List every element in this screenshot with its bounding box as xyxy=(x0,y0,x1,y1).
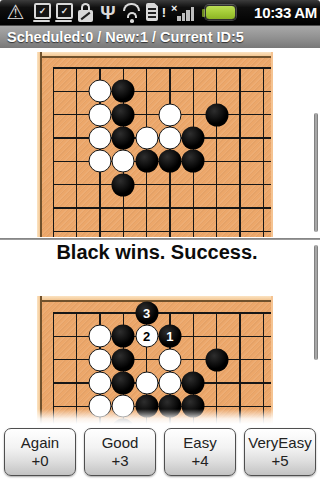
board-cell[interactable] xyxy=(65,56,88,79)
no-signal-icon: × xyxy=(171,3,195,23)
board-cell[interactable] xyxy=(88,371,111,394)
board-cell[interactable] xyxy=(112,150,135,173)
board-cell[interactable] xyxy=(65,325,88,348)
board-cell[interactable]: 1 xyxy=(158,325,181,348)
board-cell[interactable] xyxy=(182,173,205,196)
board-cell[interactable] xyxy=(88,220,111,237)
board-cell[interactable] xyxy=(158,126,181,149)
board-cell[interactable] xyxy=(205,301,228,324)
board-cell[interactable] xyxy=(205,196,228,219)
board-cell[interactable] xyxy=(42,220,65,237)
board-cell[interactable] xyxy=(182,80,205,103)
task-done-icon: ✓ xyxy=(33,2,50,23)
black-stone-move-1: 1 xyxy=(158,325,181,348)
white-stone xyxy=(135,127,158,150)
board-cell[interactable] xyxy=(42,173,65,196)
board-cell[interactable] xyxy=(182,348,205,371)
board-cell[interactable] xyxy=(65,150,88,173)
board-cell[interactable] xyxy=(182,325,205,348)
black-stone xyxy=(135,150,158,173)
board-cell[interactable] xyxy=(205,371,228,394)
board-cell[interactable] xyxy=(158,220,181,237)
board-cell[interactable] xyxy=(252,371,273,394)
board-cell[interactable] xyxy=(135,196,158,219)
board-cell[interactable] xyxy=(65,126,88,149)
board-cell[interactable] xyxy=(135,371,158,394)
board-cell[interactable] xyxy=(88,325,111,348)
board-cell[interactable] xyxy=(88,80,111,103)
app-screen: ⚠ ✓ ✓ Ψ ! × xyxy=(0,0,320,480)
board-cell[interactable] xyxy=(88,301,111,324)
board-cell[interactable] xyxy=(112,103,135,126)
board-cell[interactable] xyxy=(182,220,205,237)
board-cell[interactable]: 3 xyxy=(135,301,158,324)
good-label: Good xyxy=(102,434,139,452)
board-cell[interactable] xyxy=(88,150,111,173)
easy-score: +4 xyxy=(191,452,208,470)
scrollbar-bottom-view[interactable] xyxy=(314,245,318,360)
black-stone xyxy=(112,127,135,150)
board-cell[interactable] xyxy=(135,56,158,79)
usb-icon: Ψ xyxy=(99,2,117,23)
board-cell[interactable] xyxy=(135,103,158,126)
board-cell[interactable] xyxy=(42,150,65,173)
board-cell[interactable] xyxy=(182,150,205,173)
black-stone xyxy=(205,348,228,371)
white-stone xyxy=(112,150,135,173)
board-cell[interactable] xyxy=(228,301,251,324)
white-stone xyxy=(88,325,111,348)
black-stone xyxy=(112,348,135,371)
board-cell[interactable] xyxy=(112,371,135,394)
black-stone xyxy=(158,150,181,173)
board-cell[interactable] xyxy=(88,196,111,219)
white-stone-move-2: 2 xyxy=(135,325,158,348)
board-cell[interactable] xyxy=(228,103,251,126)
board-cell[interactable] xyxy=(65,173,88,196)
board-cell[interactable] xyxy=(135,348,158,371)
white-stone xyxy=(158,103,181,126)
board-cell[interactable] xyxy=(65,301,88,324)
board-cell[interactable] xyxy=(65,196,88,219)
board-cell[interactable] xyxy=(42,196,65,219)
board-cell[interactable] xyxy=(205,348,228,371)
board-cell[interactable] xyxy=(182,301,205,324)
board-cell[interactable] xyxy=(182,196,205,219)
board-cell[interactable] xyxy=(42,126,65,149)
board-cell[interactable] xyxy=(252,126,273,149)
black-stone xyxy=(182,150,205,173)
black-stone xyxy=(112,80,135,103)
again-score: +0 xyxy=(31,452,48,470)
good-score: +3 xyxy=(111,452,128,470)
task-done-icon: ✓ xyxy=(55,2,72,23)
board-cell[interactable] xyxy=(205,173,228,196)
wifi-icon xyxy=(122,3,141,23)
board-cell[interactable] xyxy=(228,56,251,79)
board-cell[interactable] xyxy=(252,348,273,371)
black-stone xyxy=(112,325,135,348)
clock: 10:33 AM xyxy=(254,4,320,21)
board-cell[interactable] xyxy=(158,196,181,219)
board-cell[interactable] xyxy=(42,371,65,394)
board-cell[interactable] xyxy=(88,173,111,196)
board-cell[interactable] xyxy=(252,325,273,348)
board-bottom-fade xyxy=(37,409,273,424)
board-cell[interactable] xyxy=(65,103,88,126)
board-cell[interactable] xyxy=(182,56,205,79)
black-stone xyxy=(112,103,135,126)
board-cell[interactable] xyxy=(205,80,228,103)
board-cell[interactable] xyxy=(42,103,65,126)
white-stone xyxy=(88,348,111,371)
board-cell[interactable] xyxy=(88,348,111,371)
title-text: Scheduled:0 / New:1 / Current ID:5 xyxy=(7,29,244,45)
board-cell[interactable] xyxy=(42,325,65,348)
warning-icon: ⚠ xyxy=(3,0,28,25)
board-cell[interactable] xyxy=(205,150,228,173)
board-cell[interactable]: 2 xyxy=(135,325,158,348)
board-cell[interactable] xyxy=(135,126,158,149)
veryeasy-score: +5 xyxy=(271,452,288,470)
board-cell[interactable] xyxy=(112,173,135,196)
board-cell[interactable] xyxy=(182,126,205,149)
board-cell[interactable] xyxy=(228,80,251,103)
board-cell[interactable] xyxy=(42,56,65,79)
board-cell[interactable] xyxy=(112,126,135,149)
easy-button[interactable]: Easy +4 xyxy=(164,428,236,476)
board-cell[interactable] xyxy=(252,196,273,219)
result-text: Black wins. Success. xyxy=(0,241,314,264)
board-cell[interactable] xyxy=(158,371,181,394)
board-cell[interactable] xyxy=(158,173,181,196)
board-cell[interactable] xyxy=(112,80,135,103)
title-bar: Scheduled:0 / New:1 / Current ID:5 xyxy=(0,25,320,48)
status-icons: ⚠ ✓ ✓ Ψ ! × xyxy=(0,0,254,25)
board-cell[interactable] xyxy=(65,220,88,237)
veryeasy-label: VeryEasy xyxy=(248,434,311,452)
board-cell[interactable] xyxy=(135,150,158,173)
again-label: Again xyxy=(21,434,59,452)
board-cell[interactable] xyxy=(252,103,273,126)
board-edge xyxy=(271,296,273,424)
black-stone xyxy=(112,173,135,196)
sim-error-icon: ! xyxy=(146,2,166,23)
black-stone-move-3: 3 xyxy=(135,301,158,324)
board-edge xyxy=(271,52,273,237)
again-button[interactable]: Again +0 xyxy=(4,428,76,476)
white-stone xyxy=(135,372,158,395)
board-cell[interactable] xyxy=(158,150,181,173)
white-stone xyxy=(158,348,181,371)
board-cell[interactable] xyxy=(42,348,65,371)
board-cell[interactable] xyxy=(42,301,65,324)
board-cell[interactable] xyxy=(158,301,181,324)
scrollbar-top-view[interactable] xyxy=(314,113,318,232)
board-cell[interactable] xyxy=(228,325,251,348)
board-cell[interactable] xyxy=(158,348,181,371)
board-cell[interactable] xyxy=(228,196,251,219)
white-stone xyxy=(158,127,181,150)
board-cell[interactable] xyxy=(205,56,228,79)
board-cell[interactable] xyxy=(88,56,111,79)
white-stone xyxy=(88,372,111,395)
veryeasy-button[interactable]: VeryEasy +5 xyxy=(244,428,316,476)
board-cell[interactable] xyxy=(182,103,205,126)
board-cell[interactable] xyxy=(112,196,135,219)
board-cell[interactable] xyxy=(205,126,228,149)
board-cell[interactable] xyxy=(252,220,273,237)
board-cell[interactable] xyxy=(135,80,158,103)
board-cell[interactable] xyxy=(88,103,111,126)
board-cell[interactable] xyxy=(252,80,273,103)
board-cell[interactable] xyxy=(112,220,135,237)
divider xyxy=(0,238,320,240)
go-grid xyxy=(42,56,273,237)
board-cell[interactable] xyxy=(205,325,228,348)
board-cell[interactable] xyxy=(228,220,251,237)
board-cell[interactable] xyxy=(112,348,135,371)
board-cell[interactable] xyxy=(205,220,228,237)
black-stone xyxy=(112,372,135,395)
black-stone xyxy=(182,372,205,395)
battery-icon xyxy=(200,4,237,21)
board-cell[interactable] xyxy=(112,301,135,324)
good-button[interactable]: Good +3 xyxy=(84,428,156,476)
board-cell[interactable] xyxy=(228,371,251,394)
board-cell[interactable] xyxy=(112,56,135,79)
white-stone xyxy=(88,150,111,173)
board-cell[interactable] xyxy=(88,126,111,149)
board-cell[interactable] xyxy=(252,173,273,196)
board-cell[interactable] xyxy=(228,150,251,173)
board-cell[interactable] xyxy=(158,103,181,126)
board-cell[interactable] xyxy=(158,80,181,103)
button-bar: Again +0 Good +3 Easy +4 VeryEasy +5 xyxy=(0,423,320,480)
white-stone xyxy=(88,127,111,150)
white-stone xyxy=(158,372,181,395)
board-cell[interactable] xyxy=(252,301,273,324)
board-before[interactable] xyxy=(37,52,273,237)
board-cell[interactable] xyxy=(228,173,251,196)
black-stone xyxy=(205,103,228,126)
board-cell[interactable] xyxy=(252,56,273,79)
board-cell[interactable] xyxy=(65,371,88,394)
board-cell[interactable] xyxy=(65,80,88,103)
board-cell[interactable] xyxy=(252,150,273,173)
board-cell[interactable] xyxy=(182,371,205,394)
status-bar: ⚠ ✓ ✓ Ψ ! × xyxy=(0,0,320,25)
lock-icon xyxy=(77,2,94,23)
board-cell[interactable] xyxy=(205,103,228,126)
board-cell[interactable] xyxy=(65,348,88,371)
board-cell[interactable] xyxy=(112,325,135,348)
easy-label: Easy xyxy=(183,434,216,452)
black-stone xyxy=(182,127,205,150)
board-cell[interactable] xyxy=(228,126,251,149)
board-cell[interactable] xyxy=(158,56,181,79)
board-cell[interactable] xyxy=(228,348,251,371)
white-stone xyxy=(88,103,111,126)
white-stone xyxy=(88,80,111,103)
board-cell[interactable] xyxy=(135,220,158,237)
board-cell[interactable] xyxy=(42,80,65,103)
board-cell[interactable] xyxy=(135,173,158,196)
go-grid: 321 xyxy=(42,301,273,424)
board-after[interactable]: 321 xyxy=(37,296,273,424)
